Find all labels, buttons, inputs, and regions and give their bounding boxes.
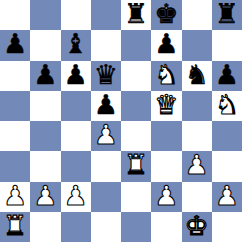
square-e5[interactable] — [121, 91, 151, 121]
square-f7[interactable]: ♟ — [151, 30, 181, 60]
square-b6[interactable]: ♟ — [30, 61, 60, 91]
piece-white-pawn: ♟ — [3, 181, 27, 211]
square-a4[interactable] — [0, 121, 30, 151]
square-h5[interactable]: ♞ — [212, 91, 242, 121]
piece-white-rook: ♜ — [124, 150, 148, 180]
piece-black-rook: ♜ — [124, 0, 148, 29]
square-f8[interactable]: ♚ — [151, 0, 181, 30]
piece-white-pawn: ♟ — [154, 181, 178, 211]
square-b3[interactable] — [30, 151, 60, 181]
square-a1[interactable]: ♜ — [0, 212, 30, 242]
piece-black-pawn: ♟ — [94, 90, 118, 120]
square-e8[interactable]: ♜ — [121, 0, 151, 30]
piece-black-bishop: ♝ — [64, 29, 88, 59]
square-a3[interactable] — [0, 151, 30, 181]
piece-black-pawn: ♟ — [64, 60, 88, 90]
square-h6[interactable]: ♟ — [212, 61, 242, 91]
square-b7[interactable] — [30, 30, 60, 60]
square-c5[interactable] — [61, 91, 91, 121]
square-c8[interactable] — [61, 0, 91, 30]
piece-white-pawn: ♟ — [33, 181, 57, 211]
square-h4[interactable] — [212, 121, 242, 151]
piece-black-rook: ♜ — [215, 0, 239, 29]
square-c2[interactable]: ♟ — [61, 182, 91, 212]
square-a2[interactable]: ♟ — [0, 182, 30, 212]
piece-white-knight: ♞ — [215, 90, 239, 120]
square-c6[interactable]: ♟ — [61, 61, 91, 91]
square-c7[interactable]: ♝ — [61, 30, 91, 60]
piece-black-pawn: ♟ — [215, 60, 239, 90]
square-c4[interactable] — [61, 121, 91, 151]
piece-black-knight: ♞ — [185, 60, 209, 90]
piece-white-pawn: ♟ — [185, 150, 209, 180]
square-g3[interactable]: ♟ — [182, 151, 212, 181]
square-h8[interactable]: ♜ — [212, 0, 242, 30]
piece-white-pawn: ♟ — [64, 181, 88, 211]
piece-white-pawn: ♟ — [215, 181, 239, 211]
square-d1[interactable] — [91, 212, 121, 242]
square-a5[interactable] — [0, 91, 30, 121]
square-e4[interactable] — [121, 121, 151, 151]
piece-white-king: ♚ — [185, 211, 209, 241]
piece-white-knight: ♞ — [154, 60, 178, 90]
square-h2[interactable]: ♟ — [212, 182, 242, 212]
square-d8[interactable] — [91, 0, 121, 30]
square-e1[interactable] — [121, 212, 151, 242]
square-g8[interactable] — [182, 0, 212, 30]
piece-black-queen: ♛ — [94, 60, 118, 90]
square-a7[interactable]: ♟ — [0, 30, 30, 60]
square-f5[interactable]: ♛ — [151, 91, 181, 121]
square-e3[interactable]: ♜ — [121, 151, 151, 181]
square-c3[interactable] — [61, 151, 91, 181]
square-e7[interactable] — [121, 30, 151, 60]
square-g5[interactable] — [182, 91, 212, 121]
square-g6[interactable]: ♞ — [182, 61, 212, 91]
square-d6[interactable]: ♛ — [91, 61, 121, 91]
square-f4[interactable] — [151, 121, 181, 151]
square-b1[interactable] — [30, 212, 60, 242]
square-f1[interactable] — [151, 212, 181, 242]
piece-black-pawn: ♟ — [33, 60, 57, 90]
square-b2[interactable]: ♟ — [30, 182, 60, 212]
square-h7[interactable] — [212, 30, 242, 60]
square-c1[interactable] — [61, 212, 91, 242]
square-f6[interactable]: ♞ — [151, 61, 181, 91]
square-e6[interactable] — [121, 61, 151, 91]
square-d5[interactable]: ♟ — [91, 91, 121, 121]
piece-black-pawn: ♟ — [154, 29, 178, 59]
square-b8[interactable] — [30, 0, 60, 30]
piece-black-pawn: ♟ — [3, 29, 27, 59]
square-g7[interactable] — [182, 30, 212, 60]
square-d3[interactable] — [91, 151, 121, 181]
square-a8[interactable] — [0, 0, 30, 30]
square-g2[interactable] — [182, 182, 212, 212]
square-d2[interactable] — [91, 182, 121, 212]
chess-board: ♜♚♜♟♝♟♟♟♛♞♞♟♟♛♞♟♜♟♟♟♟♟♟♜♚ — [0, 0, 242, 242]
square-e2[interactable] — [121, 182, 151, 212]
piece-black-king: ♚ — [154, 0, 178, 29]
square-b4[interactable] — [30, 121, 60, 151]
square-d7[interactable] — [91, 30, 121, 60]
square-a6[interactable] — [0, 61, 30, 91]
square-d4[interactable]: ♟ — [91, 121, 121, 151]
square-h1[interactable] — [212, 212, 242, 242]
square-g1[interactable]: ♚ — [182, 212, 212, 242]
square-h3[interactable] — [212, 151, 242, 181]
piece-white-rook: ♜ — [3, 211, 27, 241]
piece-white-pawn: ♟ — [94, 120, 118, 150]
square-g4[interactable] — [182, 121, 212, 151]
piece-white-queen: ♛ — [154, 90, 178, 120]
square-f2[interactable]: ♟ — [151, 182, 181, 212]
square-b5[interactable] — [30, 91, 60, 121]
square-f3[interactable] — [151, 151, 181, 181]
